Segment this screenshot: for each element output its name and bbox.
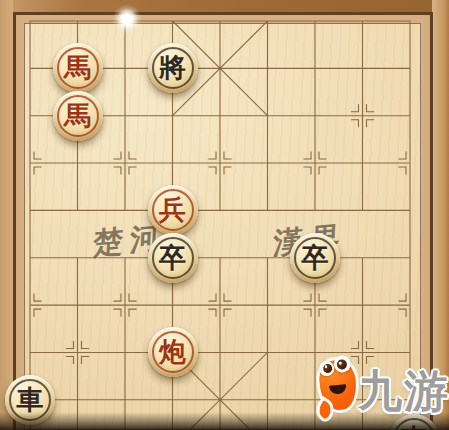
piece-glyph: 炮 [148,327,198,377]
brand-text: 九游 [358,362,449,421]
mascot-right-eye [333,355,352,374]
piece-glyph: 將 [148,43,198,93]
piece-red-horse[interactable]: 馬 [53,91,103,141]
sparkle-highlight-icon [112,4,142,34]
piece-glyph: 卒 [290,233,340,283]
piece-red-cannon[interactable]: 炮 [148,327,198,377]
piece-black-general[interactable]: 將 [148,43,198,93]
piece-red-horse[interactable]: 馬 [53,43,103,93]
piece-black-soldier[interactable]: 卒 [290,233,340,283]
jiuyou-watermark: 九游 [300,352,449,430]
jiuyou-mascot-icon [317,358,358,411]
piece-red-soldier[interactable]: 兵 [148,185,198,235]
piece-black-soldier[interactable]: 卒 [148,233,198,283]
piece-glyph: 馬 [53,91,103,141]
mascot-mouth [329,384,347,395]
piece-glyph: 卒 [148,233,198,283]
mascot-tail [315,400,334,420]
mascot-left-eye [318,360,334,376]
piece-glyph: 馬 [53,43,103,93]
xiangqi-board[interactable]: 楚河 漢界 馬將馬兵卒卒炮車車 九游 [0,0,449,430]
piece-glyph: 兵 [148,185,198,235]
